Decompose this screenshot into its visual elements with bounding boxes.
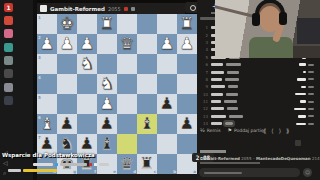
eval-value: [308, 64, 314, 66]
move-number: 14: [200, 121, 208, 126]
move-number: 6: [200, 62, 208, 67]
eval-value: [308, 86, 314, 88]
piece-white-r-e1: ♜: [100, 14, 115, 34]
webcam-overlay: [215, 0, 320, 58]
resign-button[interactable]: ⚑ Poddaj partię: [228, 127, 264, 133]
flag-icon-red: [89, 163, 92, 166]
piece-black-n-g7: ♞: [60, 134, 75, 154]
bottom-player-bar: [37, 174, 197, 180]
half-point-icon: ½: [200, 127, 205, 133]
square-a4[interactable]: [177, 74, 197, 94]
app-icon-red-badge[interactable]: 1: [4, 3, 13, 12]
square-e4[interactable]: ♞: [97, 74, 117, 94]
square-d1[interactable]: [117, 14, 137, 34]
eval-value: [308, 101, 314, 103]
move-number: 2: [200, 33, 208, 38]
square-c5[interactable]: [137, 94, 157, 114]
black-move: [226, 93, 238, 96]
piece-black-b-c6: ♝: [140, 114, 155, 134]
piece-white-p-h2: ♟: [40, 34, 55, 54]
square-a2[interactable]: ♟: [177, 34, 197, 54]
eval-bar: [297, 78, 306, 81]
square-b4[interactable]: [157, 74, 177, 94]
rank-coordinate: 1: [38, 15, 41, 20]
square-d5[interactable]: [117, 94, 137, 114]
move-row[interactable]: 8: [199, 76, 318, 83]
eval-bar: [294, 108, 306, 111]
eval-bar: [295, 93, 306, 96]
arrow-icon[interactable]: ◁: [3, 160, 8, 166]
square-h5[interactable]: 5: [37, 94, 57, 114]
eval-value: [308, 115, 314, 117]
file-coordinate: e: [113, 169, 116, 174]
eval-bar: [298, 115, 306, 118]
square-c1[interactable]: [137, 14, 157, 34]
chess-board[interactable]: 1♚♜♜♟2♟♟♛♟♟3♞4♞5♟♟♝6♟♟♝♟♟7♞♟♝8h♚g♜fe♛d♜c…: [37, 14, 197, 174]
eval-bar: [299, 63, 306, 66]
square-c7[interactable]: [137, 134, 157, 154]
black-move: [224, 100, 237, 103]
chat-input[interactable]: [199, 168, 300, 177]
headphones-earcup-icon: [279, 12, 287, 25]
support-banner-text: Wsparcie dla Podstawkowicza: [2, 152, 95, 158]
eval-bar: [301, 86, 306, 89]
clock-icon: [190, 5, 196, 11]
white-move: [211, 71, 224, 74]
streamer-torso: [249, 37, 293, 58]
square-d3[interactable]: [117, 54, 137, 74]
square-h4[interactable]: 4: [37, 74, 57, 94]
file-coordinate: c: [154, 169, 156, 174]
file-coordinate: g: [73, 169, 76, 174]
square-b7[interactable]: [157, 134, 177, 154]
square-e5[interactable]: ♟: [97, 94, 117, 114]
square-b5[interactable]: ♟: [157, 94, 177, 114]
white-move: [211, 122, 222, 125]
move-number: 11: [200, 99, 208, 104]
move-row[interactable]: 12: [199, 105, 318, 112]
square-g4[interactable]: [57, 74, 77, 94]
piece-black-p-h7: ♟: [40, 134, 55, 154]
top-player-rating: 2055: [108, 6, 121, 12]
rank-coordinate: 2: [38, 35, 41, 40]
rank-coordinate: 4: [38, 75, 41, 80]
app-icon-dark[interactable]: [4, 69, 13, 78]
move-number: 8: [200, 77, 208, 82]
piece-white-q-d2: ♛: [120, 34, 135, 54]
prev-move-button[interactable]: ⟨: [271, 127, 273, 134]
panel-toggle-icon[interactable]: [295, 140, 301, 146]
piece-white-p-a2: ♟: [180, 34, 195, 54]
square-f6[interactable]: [77, 114, 97, 134]
eval-value: [308, 123, 314, 125]
square-g5[interactable]: [57, 94, 77, 114]
headphones-earcup-icon: [252, 13, 260, 26]
square-e7[interactable]: ♝: [97, 134, 117, 154]
white-move: [211, 78, 222, 81]
black-move: [226, 63, 241, 66]
piece-black-p-a6: ♟: [180, 114, 195, 134]
square-e2[interactable]: [97, 34, 117, 54]
emoji-button[interactable]: ☺: [303, 168, 312, 177]
eval-value: [308, 71, 314, 73]
app-icon-pink[interactable]: [4, 29, 13, 38]
move-number: 1: [200, 25, 208, 30]
square-g3[interactable]: [57, 54, 77, 74]
move-row[interactable]: 6: [199, 61, 318, 68]
eval-bar: [300, 100, 306, 103]
file-coordinate: b: [173, 169, 176, 174]
move-nav-controls: ⟪ ⟨ ⟩ ⟫: [263, 127, 289, 134]
rank-coordinate: 7: [38, 135, 41, 140]
move-number: 9: [200, 84, 208, 89]
square-g1[interactable]: ♚: [57, 14, 77, 34]
move-number: 7: [200, 70, 208, 75]
square-b3[interactable]: [157, 54, 177, 74]
game-meta-players: Gambit-Reformed 2055 – MantecadoDeQuesom…: [200, 156, 318, 161]
piece-white-k-g1: ♚: [60, 14, 75, 34]
move-row[interactable]: 13: [199, 113, 318, 120]
piece-black-p-b5: ♟: [160, 94, 175, 114]
square-g7[interactable]: ♞: [57, 134, 77, 154]
top-player-bar: Gambit-Reformed 2055: [37, 3, 185, 14]
move-row[interactable]: 9: [199, 83, 318, 90]
white-move: [211, 107, 224, 110]
player-avatar: [40, 5, 47, 12]
search-icon[interactable]: ⌕: [3, 170, 6, 176]
square-f1[interactable]: [77, 14, 97, 34]
piece-white-p-f2: ♟: [80, 34, 95, 54]
square-g2[interactable]: ♟: [57, 34, 77, 54]
first-move-button[interactable]: ⟪: [263, 127, 266, 134]
square-h1[interactable]: 1: [37, 14, 57, 34]
square-c4[interactable]: [137, 74, 157, 94]
square-a3[interactable]: [177, 54, 197, 74]
move-number: 5: [200, 55, 208, 60]
move-number: 3: [200, 40, 208, 45]
app-icon-teal[interactable]: [4, 43, 13, 52]
piece-black-p-f7: ♟: [80, 134, 95, 154]
square-a1[interactable]: ♜: [177, 14, 197, 34]
app-icon-silver[interactable]: [4, 83, 13, 92]
square-f4[interactable]: [77, 74, 97, 94]
piece-white-p-b2: ♟: [160, 34, 175, 54]
app-icon-red[interactable]: [4, 16, 13, 25]
square-e3[interactable]: [97, 54, 117, 74]
piece-white-p-g2: ♟: [60, 34, 75, 54]
donation-info-line: [33, 163, 109, 166]
square-d7[interactable]: [117, 134, 137, 154]
square-f3[interactable]: ♞: [77, 54, 97, 74]
flag-icon: ⚑: [228, 127, 232, 133]
player-flag-icon: [131, 7, 135, 11]
piece-white-n-e4: ♞: [100, 74, 115, 94]
player-badge-icon: [124, 7, 128, 11]
square-b2[interactable]: ♟: [157, 34, 177, 54]
rank-coordinate: 3: [38, 55, 41, 60]
piece-white-p-e5: ♟: [100, 94, 115, 114]
next-move-button[interactable]: ⟩: [279, 127, 281, 134]
file-coordinate: a: [193, 169, 196, 174]
piece-white-n-f3: ♞: [80, 54, 95, 74]
piece-black-b-e7: ♝: [100, 134, 115, 154]
square-f2[interactable]: ♟: [77, 34, 97, 54]
square-e1[interactable]: ♜: [97, 14, 117, 34]
move-number: 10: [200, 92, 208, 97]
black-move: [229, 115, 243, 118]
square-d2[interactable]: ♛: [117, 34, 137, 54]
white-move: [211, 100, 221, 103]
piece-black-p-g6: ♟: [60, 114, 75, 134]
black-move: [225, 122, 233, 125]
draw-offer-button[interactable]: ½ Remis: [200, 127, 221, 133]
flag-icon-white: [94, 163, 97, 166]
background-monitor: [297, 18, 320, 44]
donation-goal-line: [8, 169, 57, 172]
black-move: [228, 85, 238, 88]
square-a5[interactable]: [177, 94, 197, 114]
app-icon-navy[interactable]: [4, 96, 13, 105]
square-h2[interactable]: ♟2: [37, 34, 57, 54]
file-coordinate: f: [94, 169, 96, 174]
square-c8[interactable]: ♜c: [137, 154, 157, 174]
square-e6[interactable]: ♟: [97, 114, 117, 134]
piece-black-p-e6: ♟: [100, 114, 115, 134]
eval-value: [308, 108, 314, 110]
square-b1[interactable]: [157, 14, 177, 34]
move-row[interactable]: 7: [199, 68, 318, 75]
piece-white-r-a1: ♜: [180, 14, 195, 34]
rank-coordinate: 5: [38, 95, 41, 100]
rank-coordinate: 6: [38, 115, 41, 120]
square-f7[interactable]: ♟: [77, 134, 97, 154]
file-coordinate: d: [133, 169, 136, 174]
square-c3[interactable]: [137, 54, 157, 74]
white-move: [211, 85, 225, 88]
piece-black-r-c8: ♜: [140, 154, 155, 174]
square-h3[interactable]: 3: [37, 54, 57, 74]
square-c2[interactable]: [137, 34, 157, 54]
square-b6[interactable]: [157, 114, 177, 134]
piece-white-b-h6: ♝: [40, 114, 55, 134]
white-move: [211, 115, 226, 118]
eval-bar: [303, 71, 306, 74]
game-meta-label: [200, 150, 226, 153]
white-move: [211, 63, 223, 66]
app-icon-grey[interactable]: [4, 56, 13, 65]
black-move: [227, 107, 238, 110]
eval-bar: [296, 123, 306, 126]
game-action-buttons: ½ Remis ⚑ Poddaj partię: [200, 127, 264, 133]
move-number: 4: [200, 47, 208, 52]
move-number: 12: [200, 106, 208, 111]
last-move-button[interactable]: ⟫: [286, 127, 289, 134]
square-c6[interactable]: ♝: [137, 114, 157, 134]
square-d6[interactable]: [117, 114, 137, 134]
square-h7[interactable]: ♟7: [37, 134, 57, 154]
move-row[interactable]: 11: [199, 98, 318, 105]
move-row[interactable]: 10: [199, 91, 318, 98]
badge-icon: [55, 163, 58, 166]
move-number: 13: [200, 114, 208, 119]
square-d4[interactable]: [117, 74, 137, 94]
square-h6[interactable]: ♝6: [37, 114, 57, 134]
top-player-name: Gambit-Reformed: [50, 6, 105, 12]
square-d8[interactable]: ♛d: [117, 154, 137, 174]
square-g6[interactable]: ♟: [57, 114, 77, 134]
square-b8[interactable]: b: [157, 154, 177, 174]
game-meta-detail: [200, 162, 260, 164]
eval-value: [308, 93, 314, 95]
square-f5[interactable]: [77, 94, 97, 114]
black-move: [225, 78, 239, 81]
white-move: [211, 93, 223, 96]
black-move: [227, 71, 239, 74]
eval-value: [308, 78, 314, 80]
square-a7[interactable]: [177, 134, 197, 154]
square-a6[interactable]: ♟: [177, 114, 197, 134]
